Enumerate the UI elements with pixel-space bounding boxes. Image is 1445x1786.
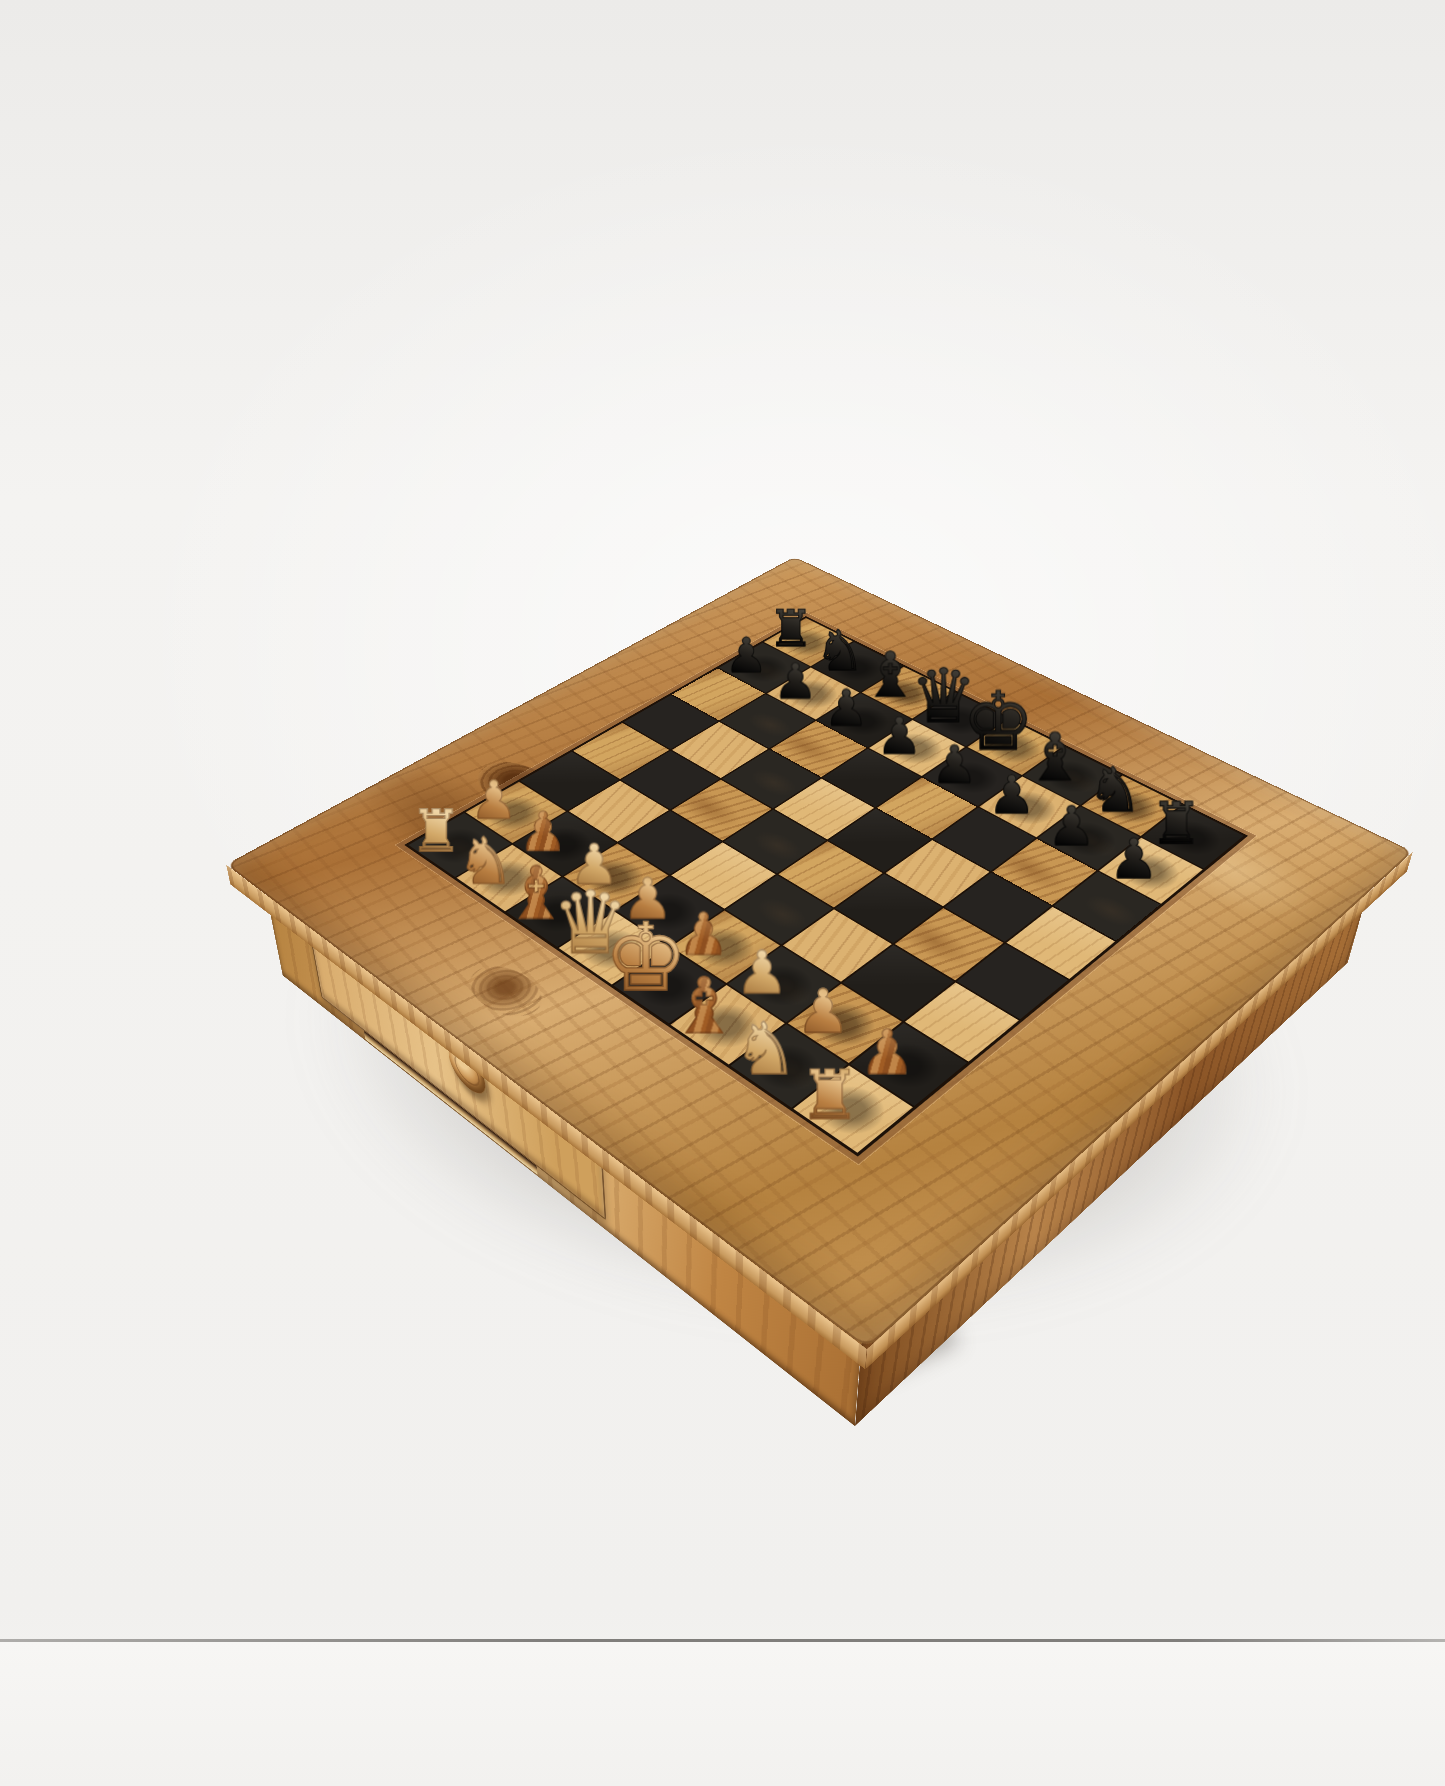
chess-board: ♜♞♝♛♚♝♞♜♟♟♟♟♟♟♟♟♟♟♟♟♟♟♟♟♜♞♝♛♚♝♞♜	[404, 616, 1248, 1156]
piece-white-pawn-h2: ♟	[859, 1025, 914, 1082]
olive-wood-chess-table: ♜♞♝♛♚♝♞♜♟♟♟♟♟♟♟♟♟♟♟♟♟♟♟♟♜♞♝♛♚♝♞♜	[226, 557, 1413, 1349]
piece-white-pawn-a2: ♟	[470, 776, 517, 825]
piece-white-rook-h1: ♜	[799, 1064, 860, 1127]
piece-black-pawn-h7: ♟	[1109, 834, 1158, 885]
piece-black-pawn-d7: ♟	[876, 713, 921, 760]
piece-white-pawn-g2: ♟	[795, 984, 849, 1039]
piece-black-rook-a8: ♜	[768, 606, 813, 652]
scene: ♜♞♝♛♚♝♞♜♟♟♟♟♟♟♟♟♟♟♟♟♟♟♟♟♜♞♝♛♚♝♞♜	[0, 0, 1445, 1786]
square-e5	[829, 809, 931, 872]
piece-white-pawn-b2: ♟	[518, 807, 566, 857]
board-top-slab: ♜♞♝♛♚♝♞♜♟♟♟♟♟♟♟♟♟♟♟♟♟♟♟♟♜♞♝♛♚♝♞♜	[226, 557, 1413, 1349]
piece-black-pawn-f7: ♟	[988, 771, 1035, 819]
piece-white-rook-a1: ♜	[410, 805, 462, 858]
piece-white-knight-g1: ♞	[733, 1017, 798, 1083]
piece-black-pawn-a7: ♟	[724, 634, 767, 678]
piece-white-bishop-f1: ♝	[669, 970, 738, 1041]
piece-black-pawn-e7: ♟	[931, 741, 977, 788]
piece-white-pawn-f2: ♟	[735, 945, 788, 999]
studio-backdrop: ♜♞♝♛♚♝♞♜♟♟♟♟♟♟♟♟♟♟♟♟♟♟♟♟♜♞♝♛♚♝♞♜	[0, 0, 1445, 1786]
wood-knot	[456, 957, 556, 1026]
piece-black-pawn-c7: ♟	[824, 686, 868, 732]
piece-black-knight-b8: ♞	[815, 626, 865, 677]
piece-black-pawn-g7: ♟	[1047, 802, 1095, 851]
piece-black-pawn-b7: ♟	[773, 659, 817, 704]
